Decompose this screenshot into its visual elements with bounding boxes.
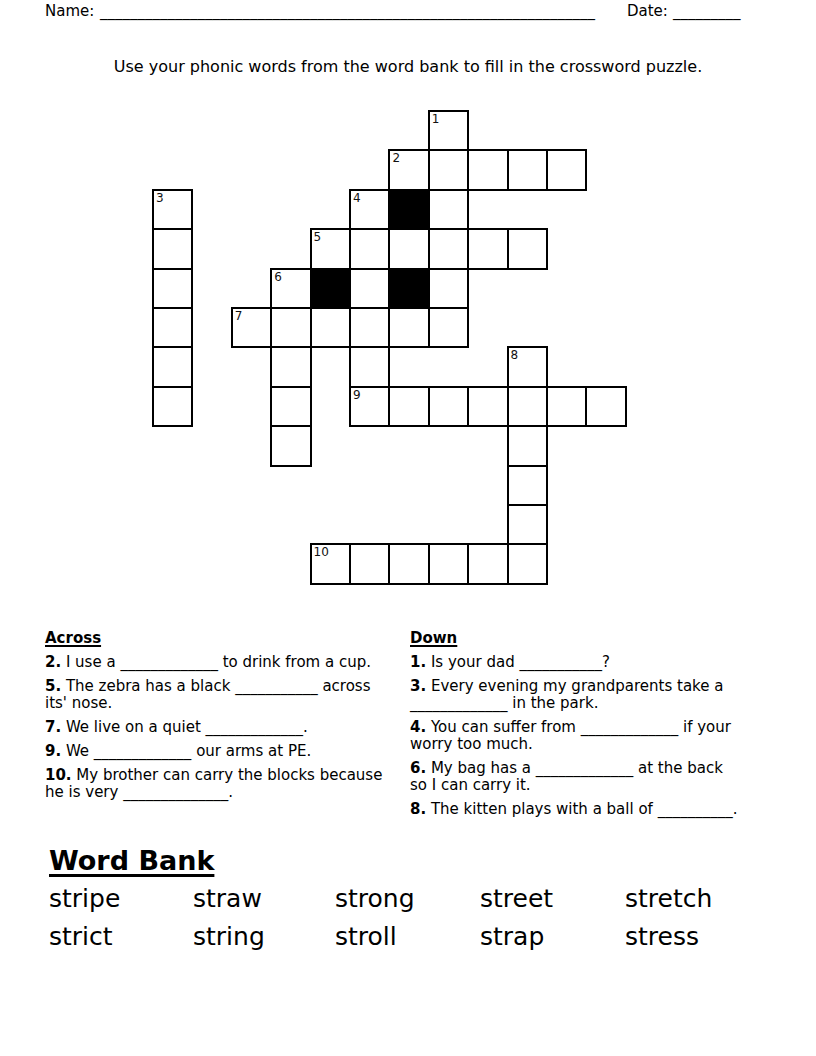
crossword-cell[interactable]: 5 [310,228,351,269]
word-bank-word: string [193,920,335,958]
crossword-cell[interactable] [507,543,548,584]
cell-number: 2 [392,151,400,165]
crossword-cell[interactable]: 10 [310,543,351,584]
crossword-cell[interactable] [428,149,469,190]
name-label: Name: [45,2,94,20]
crossword-black-cell [388,189,429,230]
cell-number: 5 [314,230,322,244]
crossword-cell[interactable] [270,346,311,387]
word-bank-word: strong [335,882,480,920]
crossword-cell[interactable]: 3 [152,189,193,230]
crossword-cell[interactable]: 1 [428,110,469,151]
across-clue: 9. We _____________ our arms at PE. [45,743,405,760]
date-blank-line[interactable]: _________ [673,2,741,20]
word-bank-word: stretch [625,882,789,920]
crossword-cell[interactable] [428,268,469,309]
name-blank-line[interactable]: ________________________________________… [100,2,595,20]
crossword-cell[interactable] [507,386,548,427]
word-bank-word: stroll [335,920,480,958]
crossword-cell[interactable] [152,268,193,309]
crossword-cell[interactable]: 9 [349,386,390,427]
crossword-cell[interactable] [428,189,469,230]
crossword-cell[interactable]: 2 [388,149,429,190]
crossword-cell[interactable] [428,228,469,269]
crossword-cell[interactable] [349,228,390,269]
crossword-cell[interactable] [310,307,351,348]
word-bank-title: Word Bank [49,845,214,876]
crossword-cell[interactable] [152,307,193,348]
crossword-cell[interactable] [349,268,390,309]
clue-text: You can suffer from _____________ if you… [410,718,731,753]
down-clue: 4. You can suffer from _____________ if … [410,719,788,753]
word-bank-grid: stripestrawstrongstreetstretchstrictstri… [49,882,789,958]
clue-number: 6. [410,759,426,777]
crossword-cell[interactable] [467,228,508,269]
across-clue: 2. I use a _____________ to drink from a… [45,654,405,671]
crossword-cell[interactable] [507,504,548,545]
crossword-cell[interactable] [507,465,548,506]
cell-number: 3 [156,191,164,205]
clue-text: My bag has a _____________ at the back s… [410,759,723,794]
crossword-cell[interactable] [388,228,429,269]
cell-number: 8 [511,348,519,362]
crossword-grid: 12345678910 [152,110,627,585]
cell-number: 7 [235,309,243,323]
date-label: Date: [627,2,668,20]
across-title: Across [45,630,405,647]
clue-number: 5. [45,677,61,695]
crossword-cell[interactable] [467,386,508,427]
cell-number: 10 [314,545,329,559]
word-bank-word: stress [625,920,789,958]
crossword-cell[interactable] [428,386,469,427]
crossword-cell[interactable] [507,149,548,190]
crossword-cell[interactable] [270,307,311,348]
down-clue: 1. Is your dad ___________? [410,654,788,671]
clue-text: Every evening my grandparents take a ___… [410,677,723,712]
crossword-cell[interactable] [349,543,390,584]
down-title: Down [410,630,788,647]
crossword-cell[interactable] [152,228,193,269]
cell-number: 9 [353,388,361,402]
crossword-cell[interactable]: 7 [231,307,272,348]
clue-number: 3. [410,677,426,695]
clue-number: 7. [45,718,61,736]
across-clue: 5. The zebra has a black ___________ acr… [45,678,405,712]
clue-number: 9. [45,742,61,760]
clue-text: The zebra has a black ___________ across… [45,677,371,712]
crossword-cell[interactable] [585,386,626,427]
word-bank-word: strap [480,920,625,958]
crossword-black-cell [388,268,429,309]
instruction-text: Use your phonic words from the word bank… [0,57,816,77]
word-bank-word: street [480,882,625,920]
clue-text: My brother can carry the blocks because … [45,766,382,801]
clue-number: 10. [45,766,72,784]
crossword-cell[interactable] [270,425,311,466]
clue-text: Is your dad ___________? [426,653,610,671]
word-bank-word: stripe [49,882,193,920]
across-clue: 10. My brother can carry the blocks beca… [45,767,405,801]
crossword-cell[interactable] [507,425,548,466]
clue-number: 1. [410,653,426,671]
clue-text: I use a _____________ to drink from a cu… [61,653,371,671]
crossword-cell[interactable] [467,543,508,584]
cell-number: 6 [274,270,282,284]
crossword-cell[interactable]: 8 [507,346,548,387]
clue-text: We _____________ our arms at PE. [61,742,311,760]
crossword-cell[interactable] [349,307,390,348]
crossword-cell[interactable] [507,228,548,269]
crossword-cell[interactable] [546,149,587,190]
down-clue: 3. Every evening my grandparents take a … [410,678,788,712]
down-clue: 6. My bag has a _____________ at the bac… [410,760,788,794]
crossword-cell[interactable] [152,386,193,427]
crossword-cell[interactable] [428,543,469,584]
crossword-cell[interactable] [270,386,311,427]
cell-number: 1 [432,112,440,126]
crossword-cell[interactable] [388,307,429,348]
crossword-cell[interactable] [349,346,390,387]
crossword-cell[interactable] [152,346,193,387]
crossword-cell[interactable] [388,386,429,427]
down-clues-section: Down 1. Is your dad ___________?3. Every… [410,630,788,825]
clue-number: 2. [45,653,61,671]
crossword-cell[interactable] [546,386,587,427]
clue-number: 8. [410,800,426,818]
across-clue: 7. We live on a quiet _____________. [45,719,405,736]
clue-text: The kitten plays with a ball of ________… [426,800,737,818]
cell-number: 4 [353,191,361,205]
word-bank-word: strict [49,920,193,958]
crossword-cell[interactable] [428,307,469,348]
crossword-cell[interactable]: 4 [349,189,390,230]
clue-number: 4. [410,718,426,736]
crossword-cell[interactable] [388,543,429,584]
clue-text: We live on a quiet _____________. [61,718,308,736]
worksheet-page: Name: __________________________________… [0,0,816,1056]
crossword-cell[interactable] [467,149,508,190]
across-clues-section: Across 2. I use a _____________ to drink… [45,630,405,808]
word-bank-word: straw [193,882,335,920]
down-clue: 8. The kitten plays with a ball of _____… [410,801,788,818]
crossword-black-cell [310,268,351,309]
crossword-cell[interactable]: 6 [270,268,311,309]
